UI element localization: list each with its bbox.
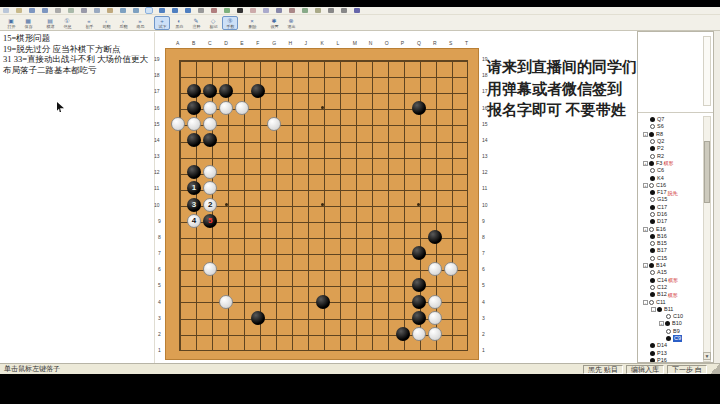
announcement-overlay: 请来到直播间的同学们用弹幕或者微信签到报名字即可 不要带姓: [487, 57, 637, 122]
tree-node-F17[interactable]: F17脱先: [639, 189, 703, 196]
tree-node-label: B10: [672, 320, 682, 327]
tree-node-label: B12: [657, 291, 667, 298]
white-stone-icon: [649, 183, 654, 188]
commentary-line: 15=棋形问题: [3, 33, 153, 44]
tree-node-label: G15: [657, 196, 667, 203]
black-stone-icon: [649, 132, 654, 137]
white-stone-icon: [650, 285, 655, 290]
coord-left-2: 2: [158, 331, 161, 337]
toolbar-button-label: 后翻: [119, 24, 127, 29]
white-stone-icon: [650, 256, 655, 261]
toolbar-button-icon: ⑤: [227, 18, 232, 24]
toolbar-button-icon: «: [87, 18, 90, 24]
star-point-D10: [225, 203, 228, 206]
w-stone-E16[interactable]: [235, 101, 249, 115]
expand-icon[interactable]: +: [643, 161, 648, 166]
video-frame: ▣打开▦保存▤棋谱①信息«初手‹前翻›后翻»终局+试下◐黑白✎注释◇标记⑤手数×…: [0, 0, 720, 404]
coord-top-D: D: [224, 40, 228, 46]
tree-node-label: Q2: [657, 138, 664, 145]
rotate-icon[interactable]: [315, 8, 321, 13]
tree-node-C9[interactable]: C9: [639, 335, 703, 342]
tree-node-label: D16: [657, 211, 667, 218]
b-stone-Q7[interactable]: [412, 246, 426, 260]
coord-right-8: 8: [482, 234, 485, 240]
coord-right-7: 7: [482, 250, 485, 256]
toolbar-button-黑白[interactable]: ◐黑白: [171, 16, 187, 30]
coord-right-1: 1: [482, 347, 485, 353]
coord-left-11: 11: [154, 185, 159, 191]
go-editor-window: ▣打开▦保存▤棋谱①信息«初手‹前翻›后翻»终局+试下◐黑白✎注释◇标记⑤手数×…: [0, 7, 720, 374]
tree-node-B15[interactable]: B15: [639, 240, 703, 247]
tree-node-label: P16: [657, 357, 667, 362]
tree-node-A15[interactable]: A15: [639, 269, 703, 276]
tree-node-B16[interactable]: B16: [639, 233, 703, 240]
toolbar-button-icon: ×: [250, 18, 254, 24]
coord-right-9: 9: [482, 218, 485, 224]
b-stone-P2[interactable]: [396, 327, 410, 341]
w-stone-B15[interactable]: [187, 117, 201, 131]
toolbar-button-打开[interactable]: ▣打开: [3, 16, 19, 30]
black-stone-icon: [650, 190, 655, 195]
toolbar-button-label: 试下: [158, 24, 166, 29]
tree-node-label: K4: [657, 175, 664, 182]
commentary-line: 布局落子二路基本都吃亏: [3, 65, 153, 76]
number-icon[interactable]: [237, 8, 243, 13]
coord-top-H: H: [288, 40, 292, 46]
status-text: 单击鼠标左键落子: [0, 364, 583, 374]
coord-right-2: 2: [482, 331, 485, 337]
toolbar-button-icon: »: [138, 18, 141, 24]
help-icon[interactable]: [354, 8, 360, 13]
next-move-icon[interactable]: [172, 8, 178, 13]
commentary-line: 31 33=直接动出战斗不利 大场价值更大: [3, 54, 153, 65]
b-stone-K4[interactable]: [316, 295, 330, 309]
tree-node-D17[interactable]: D17: [639, 218, 703, 225]
coord-right-13: 13: [482, 153, 488, 159]
black-stone-icon: [650, 205, 655, 210]
black-stone-icon: [650, 234, 655, 239]
tree-node-P2[interactable]: P2: [639, 145, 703, 152]
tree-node-label: C16: [656, 182, 666, 189]
info-scrollbar[interactable]: [703, 36, 711, 106]
toolbar-button-icon: ①: [64, 18, 69, 24]
black-stone-icon: [650, 292, 655, 297]
tree-node-label: B17: [657, 247, 667, 254]
white-stone-icon: [649, 227, 654, 232]
collapse-icon[interactable]: -: [643, 300, 648, 305]
zoom-in-icon[interactable]: [328, 8, 334, 13]
save-all-icon[interactable]: [42, 8, 48, 13]
left-panel-splitter[interactable]: [154, 32, 155, 363]
tree-node-label: B15: [657, 240, 667, 247]
w-stone-B9[interactable]: 4: [187, 214, 201, 228]
toolbar-button-label: 前翻: [102, 24, 110, 29]
tree-node-P13[interactable]: P13: [639, 350, 703, 357]
coord-left-17: 17: [154, 88, 160, 94]
announcement-line: 请来到直播间的同学们: [487, 57, 637, 79]
tree-node-Q7[interactable]: Q7: [639, 116, 703, 123]
black-stone-icon: [650, 278, 655, 283]
black-stone-icon: [649, 161, 654, 166]
commentary-panel: 15=棋形问题19=脱先过分 应当补棋下方断点31 33=直接动出战斗不利 大场…: [3, 33, 153, 75]
coord-left-9: 9: [158, 218, 161, 224]
toolbar-main: ▣打开▦保存▤棋谱①信息«初手‹前翻›后翻»终局+试下◐黑白✎注释◇标记⑤手数×…: [0, 15, 720, 31]
info-icon[interactable]: [276, 8, 282, 13]
coord-top-G: G: [272, 40, 276, 46]
move-tree: Q7S6+R8Q2P2R2+F3棋形C6K4+C16F17脱先G15C17D16…: [639, 116, 703, 362]
coord-top-P: P: [401, 40, 404, 46]
toolbar-button-初手[interactable]: «初手: [81, 16, 97, 30]
toolbar-button-label: 终局: [136, 24, 144, 29]
coord-left-10: 10: [154, 202, 160, 208]
toolbar-button-退出[interactable]: ⊗退出: [283, 16, 299, 30]
toolbar-button-icon: ✱: [271, 18, 276, 24]
tree-node-label: B9: [673, 328, 680, 335]
tree-node-G15[interactable]: G15: [639, 196, 703, 203]
tree-node-label: Q7: [657, 116, 664, 123]
b-stone-B10[interactable]: 3: [187, 198, 201, 212]
window-edge-strip: [714, 31, 720, 363]
w-stone-D4[interactable]: [219, 295, 233, 309]
white-stone-icon: [650, 241, 655, 246]
cut-icon[interactable]: [81, 8, 87, 13]
tree-node-C14[interactable]: C14棋形: [639, 277, 703, 284]
white-stone-icon: [650, 197, 655, 202]
tree-scrollbar-thumb[interactable]: [704, 141, 710, 203]
count-icon[interactable]: [263, 8, 269, 13]
tree-node-F3[interactable]: +F3棋形: [639, 160, 703, 167]
coord-top-C: C: [208, 40, 212, 46]
b-stone-F3[interactable]: [251, 311, 265, 325]
coord-left-19: 19: [154, 56, 160, 62]
tree-node-label: P13: [657, 350, 667, 357]
toolbar-button-注释[interactable]: ✎注释: [188, 16, 204, 30]
b-stone-Q16[interactable]: [412, 101, 426, 115]
paste-icon[interactable]: [107, 8, 113, 13]
white-stone-icon: [650, 154, 655, 159]
announcement-line: 用弹幕或者微信签到: [487, 79, 637, 101]
toolbar-button-icon: ‹: [105, 18, 107, 24]
zoom-out-icon[interactable]: [341, 8, 347, 13]
toolbar-button-标记[interactable]: ◇标记: [205, 16, 221, 30]
tree-node-R2[interactable]: R2: [639, 152, 703, 159]
last-move-icon[interactable]: [185, 8, 191, 13]
toolbar-button-icon: ✎: [193, 18, 198, 24]
toolbar-button-label: 退出: [287, 24, 295, 29]
status-segment-next: 下一步 白: [667, 365, 707, 374]
coord-right-11: 11: [482, 185, 487, 191]
expand-icon[interactable]: +: [643, 132, 648, 137]
white-stone-icon: [650, 139, 655, 144]
toolbar-button-棋谱[interactable]: ▤棋谱: [42, 16, 58, 30]
tree-node-annotation: 棋形: [663, 160, 673, 166]
tree-node-B12[interactable]: B12棋形: [639, 291, 703, 298]
b-stone-C9[interactable]: 5: [203, 214, 217, 228]
territory-icon[interactable]: [250, 8, 256, 13]
toolbar-button-icon: ◇: [211, 18, 216, 24]
coord-left-6: 6: [158, 266, 161, 272]
toolbar-button-后翻[interactable]: ›后翻: [115, 16, 131, 30]
mouse-cursor-icon: [57, 102, 64, 112]
tree-node-label: D17: [657, 218, 667, 225]
black-stone-icon: [650, 358, 655, 362]
expand-icon[interactable]: +: [643, 183, 648, 188]
tree-node-Q2[interactable]: Q2: [639, 138, 703, 145]
w-stone-R2[interactable]: [428, 327, 442, 341]
black-stone-icon: [649, 263, 654, 268]
tree-node-C16[interactable]: +C16: [639, 182, 703, 189]
coord-top-N: N: [369, 40, 373, 46]
toolbar-button-label: 保存: [24, 24, 32, 29]
tree-node-label: D14: [657, 342, 667, 349]
panel-splitter: [638, 112, 713, 113]
coord-top-K: K: [321, 40, 324, 46]
tree-node-label: B14: [656, 262, 666, 269]
coord-top-M: M: [353, 40, 357, 46]
print-icon[interactable]: [55, 8, 61, 13]
tree-node-B14[interactable]: +B14: [639, 262, 703, 269]
black-stone-icon: [666, 336, 671, 341]
black-stone-icon: [650, 343, 655, 348]
tree-node-label: R2: [657, 153, 664, 160]
pass-icon[interactable]: [198, 8, 204, 13]
tree-node-C12[interactable]: C12: [639, 284, 703, 291]
toolbar-button-label: 打开: [7, 24, 15, 29]
b-stone-C14[interactable]: [203, 133, 217, 147]
tree-node-P16[interactable]: P16: [639, 357, 703, 362]
tree-node-label: C10: [673, 313, 683, 320]
tree-node-C17[interactable]: C17: [639, 204, 703, 211]
toolbar-button-信息[interactable]: ①信息: [59, 16, 75, 30]
coord-top-Q: Q: [417, 40, 421, 46]
black-stone-icon: [650, 176, 655, 181]
w-stone-R4[interactable]: [428, 295, 442, 309]
coord-top-B: B: [192, 40, 195, 46]
go-board[interactable]: AABBCCDDEEFFGGHHJJKKLLMMNNOOPPQQRRSSTT19…: [165, 41, 479, 360]
tree-node-label: E16: [656, 226, 666, 233]
status-segment-edit: 编辑入库: [626, 365, 664, 374]
expand-icon[interactable]: +: [643, 227, 648, 232]
coord-top-A: A: [176, 40, 179, 46]
coord-left-12: 12: [154, 169, 160, 175]
tree-node-C6[interactable]: C6: [639, 167, 703, 174]
tree-node-C10[interactable]: C10: [639, 313, 703, 320]
toolbar-button-label: 设置: [270, 24, 278, 29]
w-stone-R3[interactable]: [428, 311, 442, 325]
black-stone-icon: [650, 146, 655, 151]
white-stone-icon: [650, 124, 655, 129]
tree-node-label: C6: [657, 167, 664, 174]
white-stone-icon: [650, 270, 655, 275]
white-stone-icon: [649, 300, 654, 305]
expand-icon[interactable]: +: [643, 263, 648, 268]
b-stone-Q4[interactable]: [412, 295, 426, 309]
toolbar-button-前翻[interactable]: ‹前翻: [98, 16, 114, 30]
w-stone-C16[interactable]: [203, 101, 217, 115]
tree-node-E16[interactable]: +E16: [639, 225, 703, 232]
announcement-line: 报名字即可 不要带姓: [487, 100, 637, 122]
tree-node-S6[interactable]: S6: [639, 123, 703, 130]
tree-node-label: F3: [656, 160, 662, 167]
black-stone-icon: [650, 117, 655, 122]
tree-node-label: B11: [664, 306, 673, 313]
toolbar-button-label: 信息: [63, 24, 71, 29]
b-stone-B16[interactable]: [187, 101, 201, 115]
tree-icon[interactable]: [289, 8, 295, 13]
white-stone-icon: [666, 314, 671, 319]
toolbar-button-label: 注释: [192, 24, 200, 29]
white-stone-icon: [650, 168, 655, 173]
tree-node-label: R8: [656, 131, 663, 138]
toolbar-button-icon: ◐: [177, 18, 181, 24]
w-stone-Q2[interactable]: [412, 327, 426, 341]
tree-node-C11[interactable]: -C11: [639, 298, 703, 305]
new-icon[interactable]: [3, 8, 9, 13]
coord-top-S: S: [449, 40, 452, 46]
tree-node-B9[interactable]: B9: [639, 328, 703, 335]
toolbar-button-手数[interactable]: ⑤手数: [222, 16, 238, 30]
tree-node-label: S6: [657, 123, 664, 130]
tree-node-label: B16: [657, 233, 667, 240]
coord-top-T: T: [465, 40, 468, 46]
tree-node-label: C12: [657, 284, 667, 291]
scroll-down-icon[interactable]: ▼: [703, 352, 711, 360]
tree-node-D16[interactable]: D16: [639, 211, 703, 218]
white-stone-icon: [650, 212, 655, 217]
open-icon[interactable]: [16, 8, 22, 13]
coord-left-4: 4: [158, 299, 161, 305]
coord-left-7: 7: [158, 250, 161, 256]
toolbar-button-label: 初手: [85, 24, 93, 29]
toolbar-button-icon: ▣: [8, 18, 14, 24]
tree-node-B10[interactable]: +B10: [639, 320, 703, 327]
tree-node-label: F17: [657, 189, 666, 196]
tree-node-C15[interactable]: C15: [639, 255, 703, 262]
tree-node-label: C15: [657, 255, 667, 262]
toolbar-button-icon: ▦: [25, 18, 31, 24]
black-stone-icon: [650, 351, 655, 356]
prev-move-icon[interactable]: [159, 8, 165, 13]
coord-right-6: 6: [482, 266, 485, 272]
tree-node-annotation: 脱先: [667, 190, 677, 196]
redo-icon[interactable]: [133, 8, 139, 13]
tree-node-label: C14: [657, 277, 667, 284]
coord-left-3: 3: [158, 315, 161, 321]
resize-grip[interactable]: [710, 364, 720, 374]
coord-right-12: 12: [482, 169, 488, 175]
toolbar-small: [0, 7, 720, 15]
coord-right-15: 15: [482, 121, 488, 127]
b-stone-B14[interactable]: [187, 133, 201, 147]
w-stone-A15[interactable]: [171, 117, 185, 131]
toolbar-button-icon: ⊗: [288, 18, 293, 24]
status-segment-komi: 黑先 贴目: [583, 365, 623, 374]
tree-node-label: C9: [673, 335, 682, 342]
coord-right-5: 5: [482, 282, 485, 288]
b-stone-Q3[interactable]: [412, 311, 426, 325]
status-bar: 单击鼠标左键落子 黑先 贴目 编辑入库 下一步 白: [0, 363, 720, 374]
black-stone-icon: [665, 321, 670, 326]
undo-icon[interactable]: [120, 8, 126, 13]
coord-left-8: 8: [158, 234, 161, 240]
w-stone-D16[interactable]: [219, 101, 233, 115]
coord-left-15: 15: [154, 121, 160, 127]
tree-node-B11[interactable]: -B11: [639, 306, 703, 313]
tree-node-annotation: 棋形: [668, 277, 678, 283]
toolbar-button-试下[interactable]: +试下: [154, 16, 170, 30]
toolbar-button-icon: +: [160, 18, 164, 24]
tree-node-label: A15: [657, 269, 667, 276]
toolbar-button-icon: ›: [122, 18, 124, 24]
collapse-icon[interactable]: -: [651, 307, 656, 312]
black-stone-icon: [657, 307, 662, 312]
w-stone-C15[interactable]: [203, 117, 217, 131]
tree-node-label: C11: [656, 299, 666, 306]
coord-top-E: E: [240, 40, 243, 46]
w-stone-C10[interactable]: 2: [203, 198, 217, 212]
white-stone-icon: [666, 329, 671, 334]
save-icon[interactable]: [29, 8, 35, 13]
expand-icon[interactable]: +: [659, 321, 664, 326]
toolbar-button-icon: ▤: [47, 18, 53, 24]
coord-left-13: 13: [154, 153, 160, 159]
tree-node-label: P2: [657, 145, 664, 152]
coord-top-J: J: [304, 40, 307, 46]
coord-left-14: 14: [154, 137, 160, 143]
toolbar-button-删除[interactable]: ×删除: [244, 16, 260, 30]
coord-right-14: 14: [482, 137, 488, 143]
mirror-icon[interactable]: [302, 8, 308, 13]
label-icon[interactable]: [224, 8, 230, 13]
tree-node-D14[interactable]: D14: [639, 342, 703, 349]
coord-right-3: 3: [482, 315, 485, 321]
w-stone-G15[interactable]: [267, 117, 281, 131]
first-move-icon[interactable]: [146, 8, 152, 13]
coord-left-18: 18: [154, 72, 160, 78]
coord-top-F: F: [256, 40, 259, 46]
toolbar-button-label: 手数: [226, 24, 234, 29]
copy-icon[interactable]: [94, 8, 100, 13]
coord-right-4: 4: [482, 299, 485, 305]
tree-node-R8[interactable]: +R8: [639, 131, 703, 138]
coord-top-O: O: [385, 40, 389, 46]
coord-right-10: 10: [482, 202, 488, 208]
coord-left-5: 5: [158, 282, 161, 288]
coord-top-R: R: [433, 40, 437, 46]
black-stone-icon: [650, 248, 655, 253]
toolbar-button-设置[interactable]: ✱设置: [266, 16, 282, 30]
move-tree-panel: Q7S6+R8Q2P2R2+F3棋形C6K4+C16F17脱先G15C17D16…: [637, 31, 714, 363]
black-stone-icon: [650, 219, 655, 224]
tree-node-B17[interactable]: B17: [639, 247, 703, 254]
toolbar-button-label: 删除: [248, 24, 256, 29]
toolbar-button-label: 棋谱: [46, 24, 54, 29]
tree-scrollbar[interactable]: [703, 116, 711, 362]
mark-icon[interactable]: [211, 8, 217, 13]
b-stone-R8[interactable]: [428, 230, 442, 244]
preview-icon[interactable]: [68, 8, 74, 13]
coord-left-16: 16: [154, 105, 160, 111]
tree-node-label: C17: [657, 204, 667, 211]
coord-left-1: 1: [158, 347, 161, 353]
coord-top-L: L: [337, 40, 340, 46]
tree-node-K4[interactable]: K4: [639, 174, 703, 181]
tree-node-annotation: 棋形: [668, 292, 678, 298]
toolbar-button-终局[interactable]: »终局: [132, 16, 148, 30]
toolbar-button-label: 黑白: [175, 24, 183, 29]
toolbar-button-label: 标记: [209, 24, 217, 29]
toolbar-button-保存[interactable]: ▦保存: [20, 16, 36, 30]
